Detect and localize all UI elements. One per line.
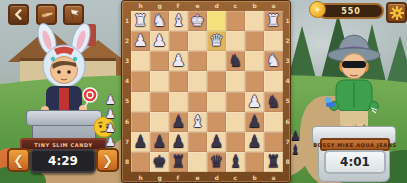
file-label-bottom: d: [215, 175, 219, 181]
square-d5[interactable]: [207, 92, 226, 112]
square-a2[interactable]: [264, 31, 283, 51]
rank-label-right: 2: [286, 38, 290, 44]
square-g8[interactable]: ♚: [150, 152, 169, 172]
square-c3[interactable]: ♞: [226, 51, 245, 71]
square-c1[interactable]: [226, 11, 245, 31]
rank-label-left: 2: [125, 38, 129, 44]
square-g1[interactable]: ♞: [150, 11, 169, 31]
left-captured-tray: ♟♟♟♟: [103, 92, 118, 148]
file-label-top: g: [158, 3, 162, 9]
white-piece-R: ♜: [133, 13, 147, 29]
black-piece-P: ♟: [209, 134, 223, 150]
white-piece-P: ♟: [171, 53, 185, 69]
white-piece-K: ♚: [190, 13, 204, 29]
white-piece-P: ♟: [133, 33, 147, 49]
square-f1[interactable]: ♝: [169, 11, 188, 31]
rank-label-left: 1: [125, 18, 129, 24]
square-h2[interactable]: ♟: [131, 31, 150, 51]
white-piece-R: ♜: [266, 13, 280, 29]
white-piece-N: ♞: [266, 53, 280, 69]
captured-white-P: ♟: [105, 94, 116, 106]
square-b4[interactable]: [245, 71, 264, 91]
right-player-clock: 4:01: [324, 150, 386, 174]
white-piece-P: ♟: [247, 94, 261, 110]
rank-label-left: 5: [125, 98, 129, 104]
square-h3[interactable]: [131, 51, 150, 71]
resign-button[interactable]: [63, 4, 84, 25]
rank-label-left: 8: [125, 159, 129, 165]
square-b7[interactable]: ♟: [245, 132, 264, 152]
square-g3[interactable]: [150, 51, 169, 71]
coin-amount: 550: [341, 7, 361, 16]
gear-icon: [390, 6, 404, 20]
chess-board[interactable]: ♜♞♝♚♜♟♟♛♟♞♞♟♞♟♝♟♟♟♟♟♟♚♜♛♝♜ hhggffeeddccb…: [121, 0, 291, 183]
left-player-clock: 4:29: [30, 149, 96, 173]
back-arrow-icon: [13, 9, 24, 20]
square-d6[interactable]: [207, 112, 226, 132]
file-label-top: f: [177, 3, 180, 9]
square-d7[interactable]: ♟: [207, 132, 226, 152]
square-f4[interactable]: [169, 71, 188, 91]
file-label-top: a: [272, 3, 276, 9]
square-c7[interactable]: [226, 132, 245, 152]
square-e3[interactable]: [188, 51, 207, 71]
square-h5[interactable]: [131, 92, 150, 112]
square-h7[interactable]: ♟: [131, 132, 150, 152]
black-piece-N: ♞: [228, 53, 242, 69]
white-piece-N: ♞: [152, 13, 166, 29]
square-a8[interactable]: ♜: [264, 152, 283, 172]
rank-label-left: 7: [125, 139, 129, 145]
square-d1[interactable]: [207, 11, 226, 31]
square-g7[interactable]: ♟: [150, 132, 169, 152]
square-e8[interactable]: [188, 152, 207, 172]
square-c2[interactable]: [226, 31, 245, 51]
file-label-top: d: [215, 3, 219, 9]
square-g6[interactable]: [150, 112, 169, 132]
coin-counter[interactable]: 550: [318, 3, 384, 19]
square-h6[interactable]: [131, 112, 150, 132]
left-pedestal-top: [26, 110, 102, 126]
rank-label-right: 1: [286, 18, 290, 24]
square-a3[interactable]: ♞: [264, 51, 283, 71]
black-piece-P: ♟: [152, 134, 166, 150]
captured-white-P: ♟: [105, 108, 116, 120]
square-d2[interactable]: ♛: [207, 31, 226, 51]
square-b8[interactable]: [245, 152, 264, 172]
handshake-icon: [40, 9, 54, 21]
right-player-name: Bossy Mike Aqua Jeans: [313, 142, 396, 148]
left-clock-time: 4:29: [48, 154, 78, 168]
captured-black-B: ♝: [290, 144, 301, 156]
black-piece-R: ♜: [171, 154, 185, 170]
square-e4[interactable]: [188, 71, 207, 91]
square-c8[interactable]: ♝: [226, 152, 245, 172]
file-label-bottom: a: [272, 175, 276, 181]
file-label-bottom: h: [139, 175, 143, 181]
square-e2[interactable]: [188, 31, 207, 51]
file-label-bottom: e: [196, 175, 200, 181]
square-g4[interactable]: [150, 71, 169, 91]
coin-icon: ✦: [309, 1, 326, 18]
file-label-top: h: [139, 3, 143, 9]
square-b6[interactable]: ♟: [245, 112, 264, 132]
black-piece-P: ♟: [133, 134, 147, 150]
black-piece-K: ♚: [152, 154, 166, 170]
white-piece-B: ♝: [190, 114, 204, 130]
square-e5[interactable]: [188, 92, 207, 112]
file-label-bottom: b: [253, 175, 257, 181]
rank-label-left: 3: [125, 58, 129, 64]
square-h8[interactable]: [131, 152, 150, 172]
captured-black-P: ♟: [290, 130, 301, 142]
square-f8[interactable]: ♜: [169, 152, 188, 172]
square-a7[interactable]: [264, 132, 283, 152]
rank-label-right: 5: [286, 98, 290, 104]
white-piece-P: ♟: [152, 33, 166, 49]
house-chimney: [86, 24, 96, 46]
left-player-name: Tiny Slim Candy: [34, 142, 92, 148]
rank-label-right: 3: [286, 58, 290, 64]
square-c4[interactable]: [226, 71, 245, 91]
captured-white-P: ♟: [105, 136, 116, 148]
file-label-top: c: [234, 3, 238, 9]
black-piece-P: ♟: [171, 114, 185, 130]
rank-label-left: 4: [125, 78, 129, 84]
square-b5[interactable]: ♟: [245, 92, 264, 112]
file-label-bottom: c: [234, 175, 238, 181]
rank-label-right: 7: [286, 139, 290, 145]
rank-label-right: 4: [286, 78, 290, 84]
black-piece-N: ♞: [266, 94, 280, 110]
black-piece-R: ♜: [266, 154, 280, 170]
offer-draw-button[interactable]: [36, 4, 57, 25]
square-a4[interactable]: [264, 71, 283, 91]
square-c5[interactable]: [226, 92, 245, 112]
square-e1[interactable]: ♚: [188, 11, 207, 31]
white-flag-icon: [67, 8, 80, 21]
square-b1[interactable]: [245, 11, 264, 31]
square-e6[interactable]: ♝: [188, 112, 207, 132]
back-button[interactable]: [8, 4, 29, 25]
square-f7[interactable]: ♟: [169, 132, 188, 152]
square-a1[interactable]: ♜: [264, 11, 283, 31]
square-a5[interactable]: ♞: [264, 92, 283, 112]
square-d3[interactable]: [207, 51, 226, 71]
square-d4[interactable]: [207, 71, 226, 91]
square-c6[interactable]: [226, 112, 245, 132]
file-label-top: e: [196, 3, 200, 9]
captured-white-P: ♟: [105, 122, 116, 134]
white-piece-B: ♝: [171, 13, 185, 29]
square-f2[interactable]: [169, 31, 188, 51]
file-label-bottom: g: [158, 175, 162, 181]
file-label-top: b: [253, 3, 257, 9]
black-piece-B: ♝: [228, 154, 242, 170]
left-prev-arrow-button[interactable]: ❮: [7, 148, 30, 172]
square-g2[interactable]: ♟: [150, 31, 169, 51]
rank-label-left: 6: [125, 119, 129, 125]
square-b2[interactable]: [245, 31, 264, 51]
file-label-bottom: f: [177, 175, 180, 181]
left-next-arrow-button[interactable]: ❯: [96, 148, 119, 172]
game-screen: 550 ✦: [0, 0, 407, 183]
square-f5[interactable]: [169, 92, 188, 112]
square-f6[interactable]: ♟: [169, 112, 188, 132]
right-clock-time: 4:01: [340, 155, 370, 169]
square-d8[interactable]: ♛: [207, 152, 226, 172]
black-piece-Q: ♛: [209, 154, 223, 170]
square-h1[interactable]: ♜: [131, 11, 150, 31]
black-piece-P: ♟: [247, 134, 261, 150]
square-a6[interactable]: [264, 112, 283, 132]
square-h4[interactable]: [131, 71, 150, 91]
rank-label-right: 6: [286, 119, 290, 125]
white-piece-Q: ♛: [209, 33, 223, 49]
square-f3[interactable]: ♟: [169, 51, 188, 71]
square-e7[interactable]: [188, 132, 207, 152]
black-piece-P: ♟: [247, 114, 261, 130]
rank-label-right: 8: [286, 159, 290, 165]
square-g5[interactable]: [150, 92, 169, 112]
square-b3[interactable]: [245, 51, 264, 71]
black-piece-P: ♟: [171, 134, 185, 150]
settings-button[interactable]: [386, 2, 407, 23]
